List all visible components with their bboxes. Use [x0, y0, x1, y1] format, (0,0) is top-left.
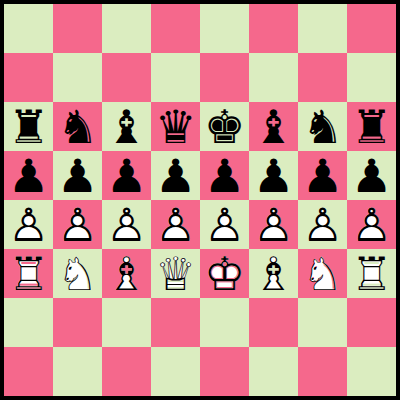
piece-white-rook: ♜♖ — [351, 251, 392, 297]
square-c5[interactable]: ♟ — [102, 151, 151, 200]
square-a1[interactable] — [4, 347, 53, 396]
square-a7[interactable] — [4, 53, 53, 102]
piece-glyph-outline: ♗ — [106, 249, 147, 298]
square-h4[interactable]: ♟♙ — [347, 200, 396, 249]
piece-black-knight: ♞ — [302, 104, 343, 150]
piece-glyph-outline: ♙ — [253, 200, 294, 249]
square-b6[interactable]: ♞ — [53, 102, 102, 151]
piece-black-king: ♚ — [204, 104, 245, 150]
piece-white-pawn: ♟♙ — [204, 202, 245, 248]
square-c1[interactable] — [102, 347, 151, 396]
square-h1[interactable] — [347, 347, 396, 396]
square-b8[interactable] — [53, 4, 102, 53]
square-g1[interactable] — [298, 347, 347, 396]
piece-black-pawn: ♟ — [106, 153, 147, 199]
square-a2[interactable] — [4, 298, 53, 347]
piece-glyph-outline: ♙ — [204, 200, 245, 249]
piece-glyph-outline: ♔ — [204, 249, 245, 298]
piece-white-bishop: ♝♗ — [106, 251, 147, 297]
square-e7[interactable] — [200, 53, 249, 102]
piece-white-bishop: ♝♗ — [253, 251, 294, 297]
square-b7[interactable] — [53, 53, 102, 102]
square-d7[interactable] — [151, 53, 200, 102]
square-e1[interactable] — [200, 347, 249, 396]
piece-glyph-outline: ♕ — [155, 249, 196, 298]
piece-black-queen: ♛ — [155, 104, 196, 150]
square-d2[interactable] — [151, 298, 200, 347]
piece-glyph-outline: ♗ — [253, 249, 294, 298]
square-b5[interactable]: ♟ — [53, 151, 102, 200]
square-h8[interactable] — [347, 4, 396, 53]
square-d4[interactable]: ♟♙ — [151, 200, 200, 249]
square-f6[interactable]: ♝ — [249, 102, 298, 151]
square-f3[interactable]: ♝♗ — [249, 249, 298, 298]
square-c8[interactable] — [102, 4, 151, 53]
square-e2[interactable] — [200, 298, 249, 347]
piece-white-pawn: ♟♙ — [351, 202, 392, 248]
square-d1[interactable] — [151, 347, 200, 396]
piece-white-king: ♚♔ — [204, 251, 245, 297]
piece-black-bishop: ♝ — [106, 104, 147, 150]
square-h2[interactable] — [347, 298, 396, 347]
piece-black-pawn: ♟ — [253, 153, 294, 199]
square-c2[interactable] — [102, 298, 151, 347]
piece-black-pawn: ♟ — [351, 153, 392, 199]
piece-white-rook: ♜♖ — [8, 251, 49, 297]
piece-white-knight: ♞♘ — [302, 251, 343, 297]
square-g8[interactable] — [298, 4, 347, 53]
piece-black-bishop: ♝ — [253, 104, 294, 150]
piece-glyph-outline: ♙ — [155, 200, 196, 249]
piece-white-pawn: ♟♙ — [302, 202, 343, 248]
square-d5[interactable]: ♟ — [151, 151, 200, 200]
square-b1[interactable] — [53, 347, 102, 396]
square-e8[interactable] — [200, 4, 249, 53]
square-a6[interactable]: ♜ — [4, 102, 53, 151]
square-b2[interactable] — [53, 298, 102, 347]
square-f1[interactable] — [249, 347, 298, 396]
piece-black-knight: ♞ — [57, 104, 98, 150]
square-h7[interactable] — [347, 53, 396, 102]
piece-glyph-outline: ♙ — [57, 200, 98, 249]
piece-glyph-outline: ♘ — [57, 249, 98, 298]
piece-white-pawn: ♟♙ — [8, 202, 49, 248]
piece-glyph-outline: ♖ — [8, 249, 49, 298]
piece-white-pawn: ♟♙ — [253, 202, 294, 248]
piece-black-pawn: ♟ — [204, 153, 245, 199]
piece-black-pawn: ♟ — [155, 153, 196, 199]
square-c6[interactable]: ♝ — [102, 102, 151, 151]
square-a4[interactable]: ♟♙ — [4, 200, 53, 249]
piece-glyph-outline: ♙ — [106, 200, 147, 249]
square-g5[interactable]: ♟ — [298, 151, 347, 200]
square-g7[interactable] — [298, 53, 347, 102]
square-f5[interactable]: ♟ — [249, 151, 298, 200]
square-b4[interactable]: ♟♙ — [53, 200, 102, 249]
square-g3[interactable]: ♞♘ — [298, 249, 347, 298]
square-d3[interactable]: ♛♕ — [151, 249, 200, 298]
piece-white-pawn: ♟♙ — [57, 202, 98, 248]
piece-white-queen: ♛♕ — [155, 251, 196, 297]
square-h5[interactable]: ♟ — [347, 151, 396, 200]
square-g2[interactable] — [298, 298, 347, 347]
piece-white-knight: ♞♘ — [57, 251, 98, 297]
square-f7[interactable] — [249, 53, 298, 102]
square-e4[interactable]: ♟♙ — [200, 200, 249, 249]
square-a3[interactable]: ♜♖ — [4, 249, 53, 298]
piece-white-pawn: ♟♙ — [155, 202, 196, 248]
square-e5[interactable]: ♟ — [200, 151, 249, 200]
square-f4[interactable]: ♟♙ — [249, 200, 298, 249]
piece-black-rook: ♜ — [8, 104, 49, 150]
square-d6[interactable]: ♛ — [151, 102, 200, 151]
square-g6[interactable]: ♞ — [298, 102, 347, 151]
square-e3[interactable]: ♚♔ — [200, 249, 249, 298]
square-c3[interactable]: ♝♗ — [102, 249, 151, 298]
square-h6[interactable]: ♜ — [347, 102, 396, 151]
piece-black-pawn: ♟ — [8, 153, 49, 199]
square-c4[interactable]: ♟♙ — [102, 200, 151, 249]
chess-board: ♜♞♝♛♚♝♞♜♟♟♟♟♟♟♟♟♟♙♟♙♟♙♟♙♟♙♟♙♟♙♟♙♜♖♞♘♝♗♛♕… — [0, 0, 400, 400]
board-grid: ♜♞♝♛♚♝♞♜♟♟♟♟♟♟♟♟♟♙♟♙♟♙♟♙♟♙♟♙♟♙♟♙♜♖♞♘♝♗♛♕… — [4, 4, 396, 396]
piece-black-pawn: ♟ — [302, 153, 343, 199]
piece-glyph-outline: ♙ — [351, 200, 392, 249]
square-h3[interactable]: ♜♖ — [347, 249, 396, 298]
piece-black-rook: ♜ — [351, 104, 392, 150]
square-f8[interactable] — [249, 4, 298, 53]
square-f2[interactable] — [249, 298, 298, 347]
piece-glyph-outline: ♘ — [302, 249, 343, 298]
square-a8[interactable] — [4, 4, 53, 53]
square-b3[interactable]: ♞♘ — [53, 249, 102, 298]
piece-glyph-outline: ♙ — [302, 200, 343, 249]
square-c7[interactable] — [102, 53, 151, 102]
piece-glyph-outline: ♖ — [351, 249, 392, 298]
piece-black-pawn: ♟ — [57, 153, 98, 199]
square-e6[interactable]: ♚ — [200, 102, 249, 151]
square-g4[interactable]: ♟♙ — [298, 200, 347, 249]
piece-glyph-outline: ♙ — [8, 200, 49, 249]
square-d8[interactable] — [151, 4, 200, 53]
piece-white-pawn: ♟♙ — [106, 202, 147, 248]
square-a5[interactable]: ♟ — [4, 151, 53, 200]
